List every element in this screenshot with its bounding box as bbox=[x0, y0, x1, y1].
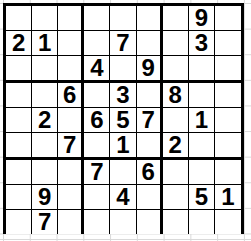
cell-r8c2[interactable]: 9 bbox=[32, 185, 58, 210]
cell-r2c8[interactable]: 3 bbox=[189, 31, 215, 56]
cell-r3c2[interactable] bbox=[32, 56, 58, 83]
cell-r8c6[interactable] bbox=[137, 185, 163, 210]
cell-r2c5[interactable]: 7 bbox=[110, 31, 136, 56]
cell-r9c9[interactable] bbox=[215, 210, 241, 234]
cell-r6c3[interactable]: 7 bbox=[58, 133, 84, 160]
cell-r2c4[interactable] bbox=[84, 31, 110, 56]
sudoku-screenshot: { "game": "sudoku", "position": ".......… bbox=[0, 0, 251, 241]
cell-r8c9[interactable]: 1 bbox=[215, 185, 241, 210]
cell-r9c8[interactable] bbox=[189, 210, 215, 234]
cell-r7c6[interactable]: 6 bbox=[137, 160, 163, 185]
cell-r7c8[interactable] bbox=[189, 160, 215, 185]
cell-r7c9[interactable] bbox=[215, 160, 241, 185]
cell-r1c2[interactable] bbox=[32, 6, 58, 31]
cell-r4c9[interactable] bbox=[215, 83, 241, 108]
cell-r2c1[interactable]: 2 bbox=[6, 31, 32, 56]
cell-r7c5[interactable] bbox=[110, 160, 136, 185]
cell-r5c9[interactable] bbox=[215, 108, 241, 133]
cell-r1c9[interactable] bbox=[215, 6, 241, 31]
cell-r3c6[interactable]: 9 bbox=[137, 56, 163, 83]
cell-r9c1[interactable] bbox=[6, 210, 32, 234]
spreadsheet-background: 9217349638265717127694517 bbox=[0, 0, 251, 241]
cell-r5c6[interactable]: 7 bbox=[137, 108, 163, 133]
cell-r5c8[interactable]: 1 bbox=[189, 108, 215, 133]
cell-r1c4[interactable] bbox=[84, 6, 110, 31]
cell-r6c6[interactable] bbox=[137, 133, 163, 160]
cell-r9c4[interactable] bbox=[84, 210, 110, 234]
cell-r9c5[interactable] bbox=[110, 210, 136, 234]
cell-r9c3[interactable] bbox=[58, 210, 84, 234]
cell-r3c9[interactable] bbox=[215, 56, 241, 83]
cell-r4c5[interactable]: 3 bbox=[110, 83, 136, 108]
cell-r9c6[interactable] bbox=[137, 210, 163, 234]
cell-r8c3[interactable] bbox=[58, 185, 84, 210]
cell-r7c3[interactable] bbox=[58, 160, 84, 185]
cell-r7c2[interactable] bbox=[32, 160, 58, 185]
cell-r3c3[interactable] bbox=[58, 56, 84, 83]
cell-r7c7[interactable] bbox=[163, 160, 189, 185]
cell-r8c7[interactable] bbox=[163, 185, 189, 210]
cell-r5c5[interactable]: 5 bbox=[110, 108, 136, 133]
cell-r4c3[interactable]: 6 bbox=[58, 83, 84, 108]
cell-r7c1[interactable] bbox=[6, 160, 32, 185]
cell-r1c1[interactable] bbox=[6, 6, 32, 31]
sudoku-board: 9217349638265717127694517 bbox=[3, 3, 244, 234]
cell-r5c4[interactable]: 6 bbox=[84, 108, 110, 133]
cell-r5c7[interactable] bbox=[163, 108, 189, 133]
cell-r7c4[interactable]: 7 bbox=[84, 160, 110, 185]
cell-r4c1[interactable] bbox=[6, 83, 32, 108]
cell-r3c5[interactable] bbox=[110, 56, 136, 83]
cell-r4c7[interactable]: 8 bbox=[163, 83, 189, 108]
cell-r9c7[interactable] bbox=[163, 210, 189, 234]
cell-r6c5[interactable]: 1 bbox=[110, 133, 136, 160]
cell-r9c2[interactable]: 7 bbox=[32, 210, 58, 234]
cell-r1c3[interactable] bbox=[58, 6, 84, 31]
cell-r4c8[interactable] bbox=[189, 83, 215, 108]
cell-r4c6[interactable] bbox=[137, 83, 163, 108]
cell-r6c7[interactable]: 2 bbox=[163, 133, 189, 160]
cell-r5c2[interactable]: 2 bbox=[32, 108, 58, 133]
cell-r5c3[interactable] bbox=[58, 108, 84, 133]
cell-r3c7[interactable] bbox=[163, 56, 189, 83]
cell-r3c1[interactable] bbox=[6, 56, 32, 83]
cell-r6c8[interactable] bbox=[189, 133, 215, 160]
cell-r6c2[interactable] bbox=[32, 133, 58, 160]
cell-r8c5[interactable]: 4 bbox=[110, 185, 136, 210]
cell-r3c8[interactable] bbox=[189, 56, 215, 83]
cell-r1c6[interactable] bbox=[137, 6, 163, 31]
cell-r6c4[interactable] bbox=[84, 133, 110, 160]
cell-r2c6[interactable] bbox=[137, 31, 163, 56]
cell-r1c7[interactable] bbox=[163, 6, 189, 31]
cell-r5c1[interactable] bbox=[6, 108, 32, 133]
cell-r2c9[interactable] bbox=[215, 31, 241, 56]
cell-r8c4[interactable] bbox=[84, 185, 110, 210]
cell-r6c1[interactable] bbox=[6, 133, 32, 160]
cell-r8c8[interactable]: 5 bbox=[189, 185, 215, 210]
cell-r8c1[interactable] bbox=[6, 185, 32, 210]
cell-r1c5[interactable] bbox=[110, 6, 136, 31]
cell-r2c3[interactable] bbox=[58, 31, 84, 56]
cell-r1c8[interactable]: 9 bbox=[189, 6, 215, 31]
spreadsheet-gridline bbox=[0, 239, 251, 240]
cell-r4c2[interactable] bbox=[32, 83, 58, 108]
cell-r2c2[interactable]: 1 bbox=[32, 31, 58, 56]
cell-r6c9[interactable] bbox=[215, 133, 241, 160]
cell-r3c4[interactable]: 4 bbox=[84, 56, 110, 83]
cell-r4c4[interactable] bbox=[84, 83, 110, 108]
cell-r2c7[interactable] bbox=[163, 31, 189, 56]
